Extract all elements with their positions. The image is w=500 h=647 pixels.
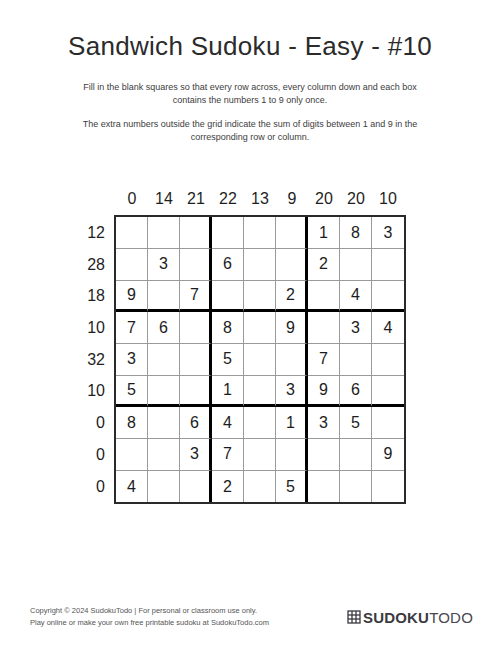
cell-r2c5[interactable] bbox=[244, 249, 276, 281]
cell-r9c8[interactable] bbox=[340, 471, 372, 503]
cell-r9c5[interactable] bbox=[244, 471, 276, 503]
cell-r3c5[interactable] bbox=[244, 281, 276, 313]
cell-r7c2[interactable] bbox=[148, 407, 180, 439]
cell-r1c7[interactable]: 1 bbox=[308, 217, 340, 249]
cell-r8c7[interactable] bbox=[308, 439, 340, 471]
cell-r2c8[interactable] bbox=[340, 249, 372, 281]
cell-r6c2[interactable] bbox=[148, 376, 180, 408]
cell-r4c5[interactable] bbox=[244, 312, 276, 344]
clue-corner-spacer bbox=[76, 185, 114, 215]
cell-r2c1[interactable] bbox=[116, 249, 148, 281]
cell-r2c7[interactable]: 2 bbox=[308, 249, 340, 281]
cell-r4c2[interactable]: 6 bbox=[148, 312, 180, 344]
footer: Copyright © 2024 SudokuTodo | For person… bbox=[30, 605, 473, 631]
cell-r3c3[interactable]: 7 bbox=[180, 281, 212, 313]
col-clue-5: 13 bbox=[251, 190, 269, 208]
cell-r9c6[interactable]: 5 bbox=[276, 471, 308, 503]
cell-r6c5[interactable] bbox=[244, 376, 276, 408]
cell-r4c6[interactable]: 9 bbox=[276, 312, 308, 344]
cell-r3c4[interactable] bbox=[212, 281, 244, 313]
cell-r2c4[interactable]: 6 bbox=[212, 249, 244, 281]
sandwich-sudoku-puzzle: 0142122139202010 122818103210000 1833629… bbox=[76, 185, 500, 504]
cell-r5c1[interactable]: 3 bbox=[116, 344, 148, 376]
cell-r3c2[interactable] bbox=[148, 281, 180, 313]
cell-r8c9[interactable]: 9 bbox=[372, 439, 404, 471]
cell-r8c4[interactable]: 7 bbox=[212, 439, 244, 471]
cell-r5c3[interactable] bbox=[180, 344, 212, 376]
cell-r7c8[interactable]: 5 bbox=[340, 407, 372, 439]
cell-r5c9[interactable] bbox=[372, 344, 404, 376]
row-clue-7: 0 bbox=[96, 414, 105, 432]
cell-r2c6[interactable] bbox=[276, 249, 308, 281]
cell-r1c3[interactable] bbox=[180, 217, 212, 249]
row-clue-2: 28 bbox=[87, 256, 105, 274]
cell-r6c4[interactable]: 1 bbox=[212, 376, 244, 408]
cell-r2c9[interactable] bbox=[372, 249, 404, 281]
cell-r5c4[interactable]: 5 bbox=[212, 344, 244, 376]
row-clue-1: 12 bbox=[87, 224, 105, 242]
cell-r4c8[interactable]: 3 bbox=[340, 312, 372, 344]
cell-r6c1[interactable]: 5 bbox=[116, 376, 148, 408]
copyright-line1: Copyright © 2024 SudokuTodo | For person… bbox=[30, 605, 269, 618]
cell-r6c7[interactable]: 9 bbox=[308, 376, 340, 408]
logo-text-sudoku: SUDOKU bbox=[363, 609, 429, 626]
cell-r7c6[interactable]: 1 bbox=[276, 407, 308, 439]
cell-r6c9[interactable] bbox=[372, 376, 404, 408]
col-clue-9: 10 bbox=[379, 190, 397, 208]
instructions-sandwich: The extra numbers outside the grid indic… bbox=[66, 118, 434, 144]
cell-r3c7[interactable] bbox=[308, 281, 340, 313]
grid-logo-icon bbox=[347, 610, 361, 624]
cell-r7c3[interactable]: 6 bbox=[180, 407, 212, 439]
cell-r6c6[interactable]: 3 bbox=[276, 376, 308, 408]
cell-r5c6[interactable] bbox=[276, 344, 308, 376]
copyright-text: Copyright © 2024 SudokuTodo | For person… bbox=[30, 605, 269, 631]
cell-r1c8[interactable]: 8 bbox=[340, 217, 372, 249]
cell-r3c1[interactable]: 9 bbox=[116, 281, 148, 313]
cell-r7c5[interactable] bbox=[244, 407, 276, 439]
cell-r1c6[interactable] bbox=[276, 217, 308, 249]
cell-r5c2[interactable] bbox=[148, 344, 180, 376]
logo-text-todo: TODO bbox=[429, 609, 473, 626]
cell-r8c2[interactable] bbox=[148, 439, 180, 471]
row-clue-4: 10 bbox=[87, 319, 105, 337]
col-clues: 0142122139202010 bbox=[116, 185, 406, 215]
col-clue-3: 21 bbox=[187, 190, 205, 208]
cell-r9c3[interactable] bbox=[180, 471, 212, 503]
cell-r7c1[interactable]: 8 bbox=[116, 407, 148, 439]
row-clue-8: 0 bbox=[96, 446, 105, 464]
cell-r1c2[interactable] bbox=[148, 217, 180, 249]
cell-r8c1[interactable] bbox=[116, 439, 148, 471]
cell-r9c9[interactable] bbox=[372, 471, 404, 503]
page-title: Sandwich Sudoku - Easy - #10 bbox=[0, 31, 500, 62]
cell-r9c4[interactable]: 2 bbox=[212, 471, 244, 503]
cell-r8c5[interactable] bbox=[244, 439, 276, 471]
col-clue-1: 0 bbox=[128, 190, 137, 208]
copyright-line2: Play online or make your own free printa… bbox=[30, 617, 269, 630]
cell-r1c5[interactable] bbox=[244, 217, 276, 249]
cell-r8c3[interactable]: 3 bbox=[180, 439, 212, 471]
col-clue-8: 20 bbox=[347, 190, 365, 208]
cell-r7c7[interactable]: 3 bbox=[308, 407, 340, 439]
cell-r6c3[interactable] bbox=[180, 376, 212, 408]
cell-r4c7[interactable] bbox=[308, 312, 340, 344]
cell-r4c4[interactable]: 8 bbox=[212, 312, 244, 344]
row-clue-9: 0 bbox=[96, 478, 105, 496]
cell-r5c8[interactable] bbox=[340, 344, 372, 376]
logo-wordmark: SUDOKUTODO bbox=[363, 609, 473, 626]
cell-r4c1[interactable]: 7 bbox=[116, 312, 148, 344]
cell-r1c4[interactable] bbox=[212, 217, 244, 249]
col-clue-2: 14 bbox=[155, 190, 173, 208]
cell-r6c8[interactable]: 6 bbox=[340, 376, 372, 408]
cell-r7c9[interactable] bbox=[372, 407, 404, 439]
col-clue-6: 9 bbox=[288, 190, 297, 208]
instructions-rules: Fill in the blank squares so that every … bbox=[66, 81, 434, 107]
row-clue-5: 32 bbox=[87, 351, 105, 369]
cell-r5c5[interactable] bbox=[244, 344, 276, 376]
cell-r5c7[interactable]: 7 bbox=[308, 344, 340, 376]
cell-r9c1[interactable]: 4 bbox=[116, 471, 148, 503]
col-clue-4: 22 bbox=[219, 190, 237, 208]
cell-r8c8[interactable] bbox=[340, 439, 372, 471]
instructions: Fill in the blank squares so that every … bbox=[0, 81, 500, 144]
cell-r1c9[interactable]: 3 bbox=[372, 217, 404, 249]
cell-r7c4[interactable]: 4 bbox=[212, 407, 244, 439]
cell-r4c3[interactable] bbox=[180, 312, 212, 344]
cell-r1c1[interactable] bbox=[116, 217, 148, 249]
col-clue-7: 20 bbox=[315, 190, 333, 208]
cell-r2c2[interactable]: 3 bbox=[148, 249, 180, 281]
cell-r8c6[interactable] bbox=[276, 439, 308, 471]
cell-r4c9[interactable]: 4 bbox=[372, 312, 404, 344]
row-clue-3: 18 bbox=[87, 287, 105, 305]
sudokutodo-logo: SUDOKUTODO bbox=[347, 609, 473, 626]
sudoku-board: 183362972476893435751396864135379425 bbox=[114, 215, 406, 504]
cell-r3c9[interactable] bbox=[372, 281, 404, 313]
cell-r2c3[interactable] bbox=[180, 249, 212, 281]
row-clues: 122818103210000 bbox=[76, 217, 114, 504]
row-clue-6: 10 bbox=[87, 382, 105, 400]
cell-r3c6[interactable]: 2 bbox=[276, 281, 308, 313]
cell-r3c8[interactable]: 4 bbox=[340, 281, 372, 313]
cell-r9c7[interactable] bbox=[308, 471, 340, 503]
cell-r9c2[interactable] bbox=[148, 471, 180, 503]
